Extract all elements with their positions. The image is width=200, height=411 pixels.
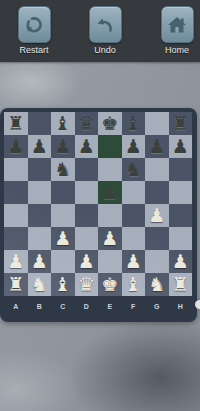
square-g2[interactable] — [145, 250, 169, 273]
piece-white-pawn[interactable]: ♟ — [51, 227, 75, 250]
square-b5[interactable] — [28, 181, 52, 204]
square-h5[interactable] — [169, 181, 193, 204]
square-b3[interactable] — [28, 227, 52, 250]
piece-white-pawn[interactable]: ♟ — [98, 227, 122, 250]
square-g6[interactable] — [145, 158, 169, 181]
piece-white-pawn[interactable]: ♟ — [28, 250, 52, 273]
square-f5[interactable] — [122, 181, 146, 204]
square-a1[interactable]: ♜ — [4, 273, 28, 296]
square-e8[interactable]: ♚ — [98, 112, 122, 135]
edge-indicator-dot — [195, 300, 200, 309]
piece-white-pawn[interactable]: ♟ — [169, 250, 193, 273]
restart-icon — [22, 13, 46, 37]
square-e1[interactable]: ♚ — [98, 273, 122, 296]
piece-black-bishop[interactable]: ♝ — [51, 112, 75, 135]
piece-black-knight[interactable]: ♞ — [51, 158, 75, 181]
square-b4[interactable] — [28, 204, 52, 227]
piece-black-pawn[interactable]: ♟ — [145, 135, 169, 158]
square-h7[interactable]: ♟ — [169, 135, 193, 158]
square-c2[interactable] — [51, 250, 75, 273]
app-screen: Restart Undo — [0, 0, 200, 411]
square-h4[interactable] — [169, 204, 193, 227]
piece-black-pawn[interactable]: ♟ — [4, 135, 28, 158]
piece-black-pawn[interactable]: ♟ — [122, 135, 146, 158]
square-b6[interactable] — [28, 158, 52, 181]
piece-white-knight[interactable]: ♞ — [28, 273, 52, 296]
square-e3[interactable]: ♟ — [98, 227, 122, 250]
piece-black-rook[interactable]: ♜ — [4, 112, 28, 135]
piece-black-rook[interactable]: ♜ — [169, 112, 193, 135]
square-d8[interactable]: ♛ — [75, 112, 99, 135]
file-label-b: B — [28, 300, 52, 320]
square-c7[interactable]: ♟ — [51, 135, 75, 158]
piece-white-rook[interactable]: ♜ — [4, 273, 28, 296]
piece-black-bishop[interactable]: ♝ — [122, 112, 146, 135]
piece-white-king[interactable]: ♚ — [98, 273, 122, 296]
file-label-e: E — [98, 300, 122, 320]
piece-black-queen[interactable]: ♛ — [75, 112, 99, 135]
piece-black-pawn[interactable]: ♟ — [75, 135, 99, 158]
square-g1[interactable]: ♞ — [145, 273, 169, 296]
undo-group: Undo — [83, 6, 127, 55]
file-label-f: F — [122, 300, 146, 320]
square-d4[interactable] — [75, 204, 99, 227]
square-f3[interactable] — [122, 227, 146, 250]
piece-white-knight[interactable]: ♞ — [145, 273, 169, 296]
board-squares: ♜♝♛♚♝♜♟♟♟♟♟♟♟♞♞♟♟♟♟♟♟♟♟♟♜♞♝♛♚♝♞♜ — [4, 112, 192, 296]
square-a2[interactable]: ♟ — [4, 250, 28, 273]
square-c5[interactable] — [51, 181, 75, 204]
file-label-g: G — [145, 300, 169, 320]
home-label: Home — [165, 45, 189, 55]
undo-label: Undo — [94, 45, 116, 55]
square-g3[interactable] — [145, 227, 169, 250]
square-a4[interactable] — [4, 204, 28, 227]
square-f7[interactable]: ♟ — [122, 135, 146, 158]
square-e5[interactable]: ♟ — [98, 181, 122, 204]
square-c6[interactable]: ♞ — [51, 158, 75, 181]
square-d6[interactable] — [75, 158, 99, 181]
piece-white-pawn[interactable]: ♟ — [75, 250, 99, 273]
file-labels: ABCDEFGH — [4, 300, 192, 320]
square-d5[interactable] — [75, 181, 99, 204]
square-d3[interactable] — [75, 227, 99, 250]
square-a7[interactable]: ♟ — [4, 135, 28, 158]
chess-board-frame: ♜♝♛♚♝♜♟♟♟♟♟♟♟♞♞♟♟♟♟♟♟♟♟♟♜♞♝♛♚♝♞♜ ABCDEFG… — [0, 108, 197, 322]
restart-group: Restart — [12, 6, 56, 55]
piece-black-knight[interactable]: ♞ — [122, 158, 146, 181]
square-h8[interactable]: ♜ — [169, 112, 193, 135]
square-d2[interactable]: ♟ — [75, 250, 99, 273]
square-a8[interactable]: ♜ — [4, 112, 28, 135]
undo-button[interactable] — [89, 6, 122, 43]
home-icon — [165, 13, 189, 37]
square-a5[interactable] — [4, 181, 28, 204]
square-h1[interactable]: ♜ — [169, 273, 193, 296]
square-c3[interactable]: ♟ — [51, 227, 75, 250]
square-d7[interactable]: ♟ — [75, 135, 99, 158]
square-f4[interactable] — [122, 204, 146, 227]
piece-white-bishop[interactable]: ♝ — [122, 273, 146, 296]
square-h3[interactable] — [169, 227, 193, 250]
piece-white-pawn[interactable]: ♟ — [4, 250, 28, 273]
piece-white-pawn[interactable]: ♟ — [145, 204, 169, 227]
file-label-h: H — [169, 300, 193, 320]
file-label-c: C — [51, 300, 75, 320]
home-group: Home — [155, 6, 199, 55]
undo-icon — [93, 13, 117, 37]
square-f1[interactable]: ♝ — [122, 273, 146, 296]
restart-label: Restart — [19, 45, 48, 55]
square-g4[interactable]: ♟ — [145, 204, 169, 227]
square-a3[interactable] — [4, 227, 28, 250]
piece-white-rook[interactable]: ♜ — [169, 273, 193, 296]
home-button[interactable] — [161, 6, 194, 43]
square-d1[interactable]: ♛ — [75, 273, 99, 296]
square-e6[interactable] — [98, 158, 122, 181]
square-c4[interactable] — [51, 204, 75, 227]
restart-button[interactable] — [18, 6, 51, 43]
file-label-a: A — [4, 300, 28, 320]
file-label-d: D — [75, 300, 99, 320]
square-f8[interactable]: ♝ — [122, 112, 146, 135]
square-e7[interactable] — [98, 135, 122, 158]
square-c8[interactable]: ♝ — [51, 112, 75, 135]
toolbar: Restart Undo — [0, 0, 200, 62]
square-h6[interactable] — [169, 158, 193, 181]
square-b8[interactable] — [28, 112, 52, 135]
square-b1[interactable]: ♞ — [28, 273, 52, 296]
square-e2[interactable] — [98, 250, 122, 273]
square-g7[interactable]: ♟ — [145, 135, 169, 158]
square-c1[interactable]: ♝ — [51, 273, 75, 296]
square-b2[interactable]: ♟ — [28, 250, 52, 273]
square-f6[interactable]: ♞ — [122, 158, 146, 181]
square-a6[interactable] — [4, 158, 28, 181]
square-b7[interactable]: ♟ — [28, 135, 52, 158]
piece-black-pawn[interactable]: ♟ — [51, 135, 75, 158]
piece-black-pawn[interactable]: ♟ — [169, 135, 193, 158]
piece-black-pawn[interactable]: ♟ — [98, 181, 122, 204]
piece-white-bishop[interactable]: ♝ — [51, 273, 75, 296]
square-g8[interactable] — [145, 112, 169, 135]
square-g5[interactable] — [145, 181, 169, 204]
square-e4[interactable] — [98, 204, 122, 227]
piece-white-queen[interactable]: ♛ — [75, 273, 99, 296]
square-h2[interactable]: ♟ — [169, 250, 193, 273]
piece-black-king[interactable]: ♚ — [98, 112, 122, 135]
piece-black-pawn[interactable]: ♟ — [28, 135, 52, 158]
square-f2[interactable]: ♟ — [122, 250, 146, 273]
piece-white-pawn[interactable]: ♟ — [122, 250, 146, 273]
